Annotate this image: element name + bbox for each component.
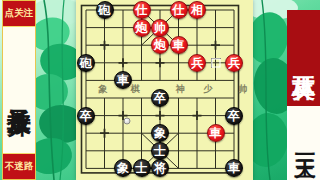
piece-red-chariot: 車: [207, 124, 225, 142]
piece-red-chariot: 車: [170, 36, 188, 54]
piece-red-cannon: 炮: [151, 36, 169, 54]
piece-black-soldier: 卒: [151, 89, 169, 107]
piece-black-chariot: 車: [114, 71, 132, 89]
puzzle-title: 弃子反被杀: [3, 27, 35, 153]
piece-black-cannon: 砲: [77, 54, 95, 72]
piece-black-elephant: 象: [151, 124, 169, 142]
piece-black-advisor: 士: [151, 142, 169, 160]
piece-red-soldier: 兵: [188, 54, 206, 72]
right-banner: 林正英 王天一: [287, 0, 320, 180]
player-name-top: 林正英: [287, 10, 320, 106]
river-char: 棋: [131, 85, 140, 94]
river-char: 少: [204, 85, 213, 94]
piece-red-advisor: 仕: [133, 1, 151, 19]
river-char: 帅: [239, 85, 248, 94]
piece-black-general: 将: [151, 159, 169, 177]
piece-black-chariot: 車: [225, 159, 243, 177]
player-name-bottom: 王天一: [287, 106, 320, 180]
piece-red-soldier: 兵: [225, 54, 243, 72]
river-char: 象: [99, 85, 108, 94]
piece-red-advisor: 仕: [170, 1, 188, 19]
piece-red-cannon: 炮: [133, 19, 151, 37]
follow-label: 点关注: [3, 1, 35, 27]
xiangqi-board: 象棋神少帅 砲仕仕相炮帅炮車砲兵兵車卒卒卒象車士象士将車: [76, 0, 253, 180]
piece-black-cannon: 砲: [96, 1, 114, 19]
left-banner: 点关注 弃子反被杀 不迷路: [2, 0, 36, 180]
piece-black-advisor: 士: [133, 159, 151, 177]
piece-red-elephant: 相: [188, 1, 206, 19]
piece-black-soldier: 卒: [225, 107, 243, 125]
piece-black-elephant: 象: [114, 159, 132, 177]
piece-red-general: 帅: [151, 19, 169, 37]
highlight-square: [211, 58, 220, 67]
river-char: 神: [176, 85, 185, 94]
dont-get-lost-label: 不迷路: [3, 153, 35, 179]
piece-black-soldier: 卒: [77, 107, 95, 125]
thumbnail-stage: 点关注 弃子反被杀 不迷路 象棋神少帅 砲仕仕相炮帅炮車砲兵兵車卒卒卒象車士象士…: [0, 0, 320, 180]
cursor-dot: [124, 118, 131, 125]
